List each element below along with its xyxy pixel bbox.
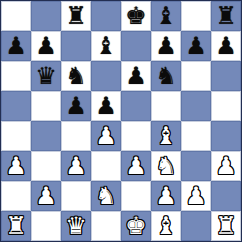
chess-board: ♜♚♝♜♟♟♝♟♟♟♛♞♟♞♟♟♟♝♟♟♟♞♟♟♞♟♟♜♛♚♝♜	[0, 0, 242, 242]
square-f1[interactable]: ♝	[151, 211, 181, 241]
square-h6[interactable]	[211, 61, 241, 91]
square-e7[interactable]	[121, 31, 151, 61]
square-b4[interactable]	[31, 121, 61, 151]
piece-white-king-e1[interactable]: ♚	[125, 211, 147, 241]
square-b6[interactable]: ♛	[31, 61, 61, 91]
square-d6[interactable]	[91, 61, 121, 91]
chess-board-grid: ♜♚♝♜♟♟♝♟♟♟♛♞♟♞♟♟♟♝♟♟♟♞♟♟♞♟♟♜♛♚♝♜	[1, 1, 241, 241]
piece-black-king-e8[interactable]: ♚	[125, 1, 147, 31]
square-c2[interactable]	[61, 181, 91, 211]
square-e4[interactable]	[121, 121, 151, 151]
piece-black-queen-b6[interactable]: ♛	[35, 61, 57, 91]
piece-white-bishop-f4[interactable]: ♝	[155, 121, 177, 151]
square-e5[interactable]	[121, 91, 151, 121]
square-d7[interactable]: ♝	[91, 31, 121, 61]
square-c3[interactable]: ♟	[61, 151, 91, 181]
piece-white-pawn-c3[interactable]: ♟	[65, 151, 87, 181]
square-d1[interactable]	[91, 211, 121, 241]
piece-black-bishop-d7[interactable]: ♝	[95, 31, 117, 61]
square-h2[interactable]	[211, 181, 241, 211]
square-c5[interactable]: ♟	[61, 91, 91, 121]
square-g8[interactable]	[181, 1, 211, 31]
square-f7[interactable]: ♟	[151, 31, 181, 61]
square-h1[interactable]: ♜	[211, 211, 241, 241]
square-f3[interactable]: ♞	[151, 151, 181, 181]
piece-white-pawn-e3[interactable]: ♟	[125, 151, 147, 181]
square-g4[interactable]	[181, 121, 211, 151]
piece-black-pawn-c5[interactable]: ♟	[65, 91, 87, 121]
square-a4[interactable]	[1, 121, 31, 151]
piece-black-pawn-d5[interactable]: ♟	[95, 91, 117, 121]
square-a6[interactable]	[1, 61, 31, 91]
square-h4[interactable]	[211, 121, 241, 151]
piece-white-pawn-h3[interactable]: ♟	[215, 151, 237, 181]
piece-black-knight-c6[interactable]: ♞	[65, 61, 87, 91]
piece-black-pawn-h7[interactable]: ♟	[215, 31, 237, 61]
square-h8[interactable]: ♜	[211, 1, 241, 31]
piece-black-pawn-f7[interactable]: ♟	[155, 31, 177, 61]
piece-white-pawn-b2[interactable]: ♟	[35, 181, 57, 211]
piece-white-knight-f3[interactable]: ♞	[155, 151, 177, 181]
square-f5[interactable]	[151, 91, 181, 121]
square-b1[interactable]	[31, 211, 61, 241]
square-g1[interactable]	[181, 211, 211, 241]
piece-black-pawn-e6[interactable]: ♟	[125, 61, 147, 91]
square-c6[interactable]: ♞	[61, 61, 91, 91]
piece-white-pawn-f2[interactable]: ♟	[155, 181, 177, 211]
square-e3[interactable]: ♟	[121, 151, 151, 181]
square-d4[interactable]: ♟	[91, 121, 121, 151]
piece-black-rook-h8[interactable]: ♜	[215, 1, 237, 31]
square-e1[interactable]: ♚	[121, 211, 151, 241]
square-b7[interactable]: ♟	[31, 31, 61, 61]
square-c8[interactable]: ♜	[61, 1, 91, 31]
piece-white-knight-d2[interactable]: ♞	[95, 181, 117, 211]
piece-black-knight-f6[interactable]: ♞	[155, 61, 177, 91]
square-b8[interactable]	[31, 1, 61, 31]
piece-white-bishop-f1[interactable]: ♝	[155, 211, 177, 241]
square-e2[interactable]	[121, 181, 151, 211]
piece-black-pawn-b7[interactable]: ♟	[35, 31, 57, 61]
square-a2[interactable]	[1, 181, 31, 211]
square-f8[interactable]: ♝	[151, 1, 181, 31]
square-g3[interactable]	[181, 151, 211, 181]
square-a7[interactable]: ♟	[1, 31, 31, 61]
square-e8[interactable]: ♚	[121, 1, 151, 31]
piece-white-queen-c1[interactable]: ♛	[65, 211, 87, 241]
square-a1[interactable]: ♜	[1, 211, 31, 241]
square-d5[interactable]: ♟	[91, 91, 121, 121]
square-a3[interactable]: ♟	[1, 151, 31, 181]
piece-white-pawn-d4[interactable]: ♟	[95, 121, 117, 151]
square-g7[interactable]: ♟	[181, 31, 211, 61]
square-c7[interactable]	[61, 31, 91, 61]
square-a5[interactable]	[1, 91, 31, 121]
square-b2[interactable]: ♟	[31, 181, 61, 211]
square-f2[interactable]: ♟	[151, 181, 181, 211]
piece-black-pawn-a7[interactable]: ♟	[5, 31, 27, 61]
square-d8[interactable]	[91, 1, 121, 31]
square-c4[interactable]	[61, 121, 91, 151]
square-g5[interactable]	[181, 91, 211, 121]
piece-black-rook-c8[interactable]: ♜	[65, 1, 87, 31]
piece-white-rook-h1[interactable]: ♜	[215, 211, 237, 241]
piece-white-rook-a1[interactable]: ♜	[5, 211, 27, 241]
piece-black-bishop-f8[interactable]: ♝	[155, 1, 177, 31]
square-b3[interactable]	[31, 151, 61, 181]
square-c1[interactable]: ♛	[61, 211, 91, 241]
square-h3[interactable]: ♟	[211, 151, 241, 181]
piece-white-pawn-a3[interactable]: ♟	[5, 151, 27, 181]
square-g6[interactable]	[181, 61, 211, 91]
square-h5[interactable]	[211, 91, 241, 121]
square-f4[interactable]: ♝	[151, 121, 181, 151]
square-d2[interactable]: ♞	[91, 181, 121, 211]
square-g2[interactable]: ♟	[181, 181, 211, 211]
square-d3[interactable]	[91, 151, 121, 181]
square-h7[interactable]: ♟	[211, 31, 241, 61]
square-a8[interactable]	[1, 1, 31, 31]
square-e6[interactable]: ♟	[121, 61, 151, 91]
piece-black-pawn-g7[interactable]: ♟	[185, 31, 207, 61]
piece-white-pawn-g2[interactable]: ♟	[185, 181, 207, 211]
square-f6[interactable]: ♞	[151, 61, 181, 91]
square-b5[interactable]	[31, 91, 61, 121]
